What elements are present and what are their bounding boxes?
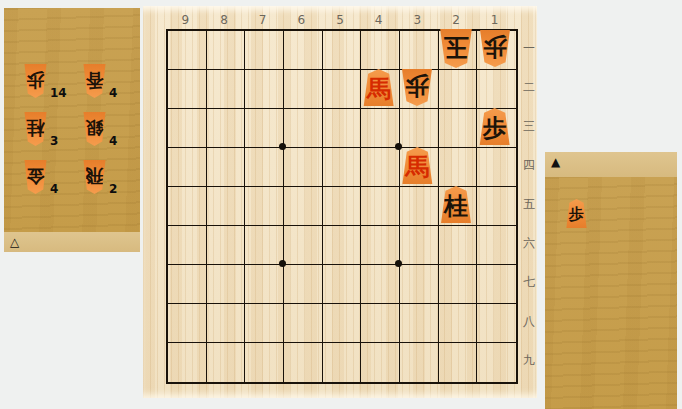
board-square[interactable] <box>284 226 323 265</box>
board-square[interactable] <box>439 265 478 304</box>
file-label: 7 <box>243 13 282 28</box>
board-square[interactable] <box>207 31 246 70</box>
board-square[interactable] <box>168 70 207 109</box>
rank-label: 二 <box>519 68 539 107</box>
board-square[interactable] <box>477 187 516 226</box>
piece-kanji: 歩 <box>405 71 429 103</box>
shogi-app: 歩14香4桂3銀4金4飛2 △ 987654321一二三四五六七八九玉歩馬歩歩馬… <box>0 0 682 409</box>
board-square[interactable] <box>207 265 246 304</box>
board-square[interactable] <box>207 70 246 109</box>
board-square[interactable] <box>323 70 362 109</box>
board-square[interactable] <box>168 304 207 343</box>
rank-label: 四 <box>519 146 539 185</box>
board-square[interactable] <box>245 343 284 382</box>
board-square[interactable] <box>168 343 207 382</box>
board-square[interactable] <box>361 109 400 148</box>
sente-marker-strip: ▲ <box>545 152 677 177</box>
hand-piece[interactable]: 香 <box>82 64 107 98</box>
board-square[interactable] <box>400 265 439 304</box>
board-square[interactable] <box>245 265 284 304</box>
board-square[interactable] <box>245 148 284 187</box>
hand-piece[interactable]: 歩 <box>565 199 588 228</box>
board-square[interactable] <box>400 304 439 343</box>
board-square[interactable] <box>168 109 207 148</box>
hand-piece-count: 2 <box>109 182 117 196</box>
sente-komadai-wood: 歩 <box>545 177 677 409</box>
board-square[interactable] <box>323 265 362 304</box>
board-square[interactable] <box>439 304 478 343</box>
board-square[interactable] <box>284 265 323 304</box>
board-square[interactable] <box>361 148 400 187</box>
piece-kanji: 歩 <box>483 112 507 144</box>
board-square[interactable] <box>323 304 362 343</box>
board-square[interactable] <box>477 343 516 382</box>
board-square[interactable] <box>477 148 516 187</box>
board-square[interactable] <box>207 187 246 226</box>
board-square[interactable] <box>400 343 439 382</box>
star-point <box>395 143 402 150</box>
board-square[interactable] <box>400 31 439 70</box>
gote-marker: △ <box>10 234 19 250</box>
board-square[interactable] <box>284 148 323 187</box>
board-square[interactable] <box>439 109 478 148</box>
piece-kanji: 歩 <box>483 32 507 64</box>
rank-label: 五 <box>519 185 539 224</box>
hand-piece-count: 4 <box>109 86 117 100</box>
board-square[interactable] <box>323 343 362 382</box>
board-square[interactable] <box>207 304 246 343</box>
piece-kanji: 飛 <box>86 164 104 188</box>
board-square[interactable] <box>207 343 246 382</box>
board-square[interactable] <box>361 343 400 382</box>
board-square[interactable] <box>400 109 439 148</box>
hand-piece[interactable]: 金 <box>23 160 48 194</box>
rank-label: 七 <box>519 263 539 302</box>
board-square[interactable] <box>245 304 284 343</box>
sente-hand-panel: ▲ 歩 <box>545 152 677 409</box>
board-square[interactable] <box>361 226 400 265</box>
board-square[interactable] <box>284 304 323 343</box>
file-label: 9 <box>166 13 205 28</box>
board-square[interactable] <box>207 109 246 148</box>
board-square[interactable] <box>361 187 400 226</box>
board-square[interactable] <box>323 148 362 187</box>
hand-piece[interactable]: 歩 <box>23 64 48 98</box>
hand-piece-count: 14 <box>50 86 67 100</box>
file-label: 4 <box>359 13 398 28</box>
board-square[interactable] <box>284 343 323 382</box>
hand-piece[interactable]: 桂 <box>23 112 48 146</box>
piece-kanji: 歩 <box>27 68 45 92</box>
shogi-board: 987654321一二三四五六七八九玉歩馬歩歩馬桂 <box>143 6 537 398</box>
gote-hand-panel: 歩14香4桂3銀4金4飛2 △ <box>4 8 140 252</box>
piece-kanji: 馬 <box>405 151 429 183</box>
board-square[interactable] <box>439 148 478 187</box>
board-square[interactable] <box>323 226 362 265</box>
board-square[interactable] <box>361 31 400 70</box>
rank-label: 一 <box>519 29 539 68</box>
board-square[interactable] <box>284 31 323 70</box>
board-square[interactable] <box>323 31 362 70</box>
board-square[interactable] <box>323 109 362 148</box>
hand-piece-count: 4 <box>50 182 58 196</box>
file-label: 8 <box>205 13 244 28</box>
hand-piece[interactable]: 銀 <box>82 112 107 146</box>
rank-label: 三 <box>519 107 539 146</box>
board-square[interactable] <box>245 70 284 109</box>
board-square[interactable] <box>168 187 207 226</box>
piece-kanji: 桂 <box>444 190 468 222</box>
board-square[interactable] <box>477 226 516 265</box>
piece-kanji: 玉 <box>444 31 469 64</box>
piece-kanji: 歩 <box>569 205 584 224</box>
board-square[interactable] <box>168 226 207 265</box>
board-square[interactable] <box>400 187 439 226</box>
piece-kanji: 金 <box>27 164 45 188</box>
gote-komadai-wood: 歩14香4桂3銀4金4飛2 <box>4 8 140 232</box>
board-square[interactable] <box>284 70 323 109</box>
file-label: 6 <box>282 13 321 28</box>
board-square[interactable] <box>400 226 439 265</box>
board-square[interactable] <box>245 31 284 70</box>
star-point <box>279 143 286 150</box>
board-square[interactable] <box>245 226 284 265</box>
board-square[interactable] <box>439 226 478 265</box>
hand-piece-count: 4 <box>109 134 117 148</box>
board-square[interactable] <box>245 187 284 226</box>
star-point <box>279 260 286 267</box>
board-square[interactable] <box>168 148 207 187</box>
board-square[interactable] <box>361 265 400 304</box>
rank-label: 六 <box>519 224 539 263</box>
piece-kanji: 桂 <box>27 116 45 140</box>
board-square[interactable] <box>284 109 323 148</box>
board-square[interactable] <box>245 109 284 148</box>
board-square[interactable] <box>284 187 323 226</box>
piece-kanji: 香 <box>86 68 104 92</box>
piece-kanji: 馬 <box>367 73 391 105</box>
board-square[interactable] <box>477 304 516 343</box>
file-label: 1 <box>475 13 514 28</box>
board-square[interactable] <box>207 226 246 265</box>
board-square[interactable] <box>477 265 516 304</box>
board-square[interactable] <box>323 187 362 226</box>
sente-marker: ▲ <box>551 154 560 170</box>
file-label: 3 <box>398 13 437 28</box>
board-square[interactable] <box>207 148 246 187</box>
file-label: 5 <box>321 13 360 28</box>
board-square[interactable] <box>439 70 478 109</box>
rank-label: 八 <box>519 302 539 341</box>
board-square[interactable] <box>361 304 400 343</box>
board-square[interactable] <box>168 265 207 304</box>
file-label: 2 <box>437 13 476 28</box>
piece-kanji: 銀 <box>86 116 104 140</box>
star-point <box>395 260 402 267</box>
board-square[interactable] <box>168 31 207 70</box>
gote-marker-strip: △ <box>4 232 140 252</box>
board-square[interactable] <box>477 70 516 109</box>
rank-label: 九 <box>519 341 539 380</box>
board-square[interactable] <box>439 343 478 382</box>
hand-piece[interactable]: 飛 <box>82 160 107 194</box>
hand-piece-count: 3 <box>50 134 58 148</box>
